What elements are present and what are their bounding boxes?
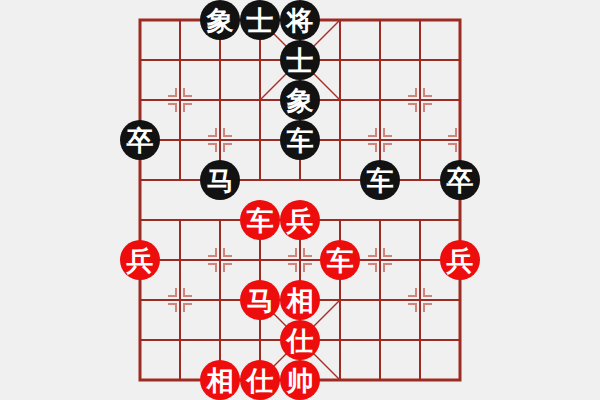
piece-black-elephant[interactable]: 象 <box>200 0 240 40</box>
piece-black-advisor[interactable]: 士 <box>280 40 320 80</box>
pieces-layer: 象士将士象卒车马车卒车兵兵车兵马相仕相仕帅 <box>0 0 600 400</box>
piece-red-advisor[interactable]: 仕 <box>280 320 320 360</box>
piece-red-horse[interactable]: 马 <box>240 280 280 320</box>
piece-black-pawn[interactable]: 卒 <box>440 160 480 200</box>
piece-red-pawn[interactable]: 兵 <box>280 200 320 240</box>
piece-red-king[interactable]: 帅 <box>280 360 320 400</box>
piece-red-elephant[interactable]: 相 <box>200 360 240 400</box>
piece-black-pawn[interactable]: 卒 <box>120 120 160 160</box>
piece-red-elephant[interactable]: 相 <box>280 280 320 320</box>
piece-red-pawn[interactable]: 兵 <box>440 240 480 280</box>
piece-black-horse[interactable]: 马 <box>200 160 240 200</box>
piece-black-advisor[interactable]: 士 <box>240 0 280 40</box>
xiangqi-board: 象士将士象卒车马车卒车兵兵车兵马相仕相仕帅 <box>0 0 600 400</box>
piece-black-chariot[interactable]: 车 <box>360 160 400 200</box>
piece-black-elephant[interactable]: 象 <box>280 80 320 120</box>
piece-red-advisor[interactable]: 仕 <box>240 360 280 400</box>
piece-red-pawn[interactable]: 兵 <box>120 240 160 280</box>
piece-red-chariot[interactable]: 车 <box>320 240 360 280</box>
piece-black-chariot[interactable]: 车 <box>280 120 320 160</box>
piece-red-chariot[interactable]: 车 <box>240 200 280 240</box>
piece-black-king[interactable]: 将 <box>280 0 320 40</box>
